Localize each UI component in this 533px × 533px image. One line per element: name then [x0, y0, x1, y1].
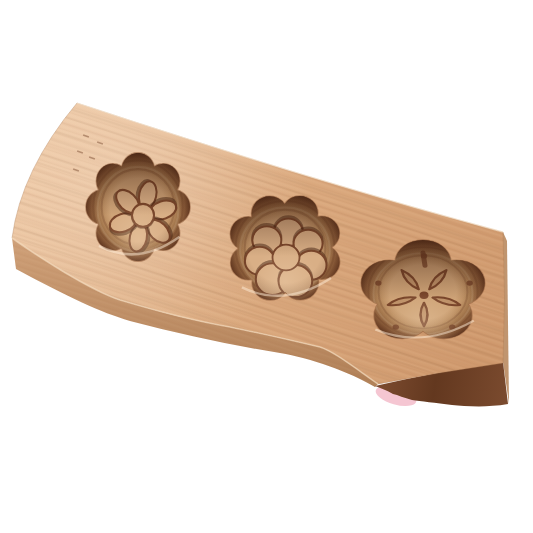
mold-scene-svg	[0, 0, 533, 533]
product-photo	[0, 0, 533, 533]
